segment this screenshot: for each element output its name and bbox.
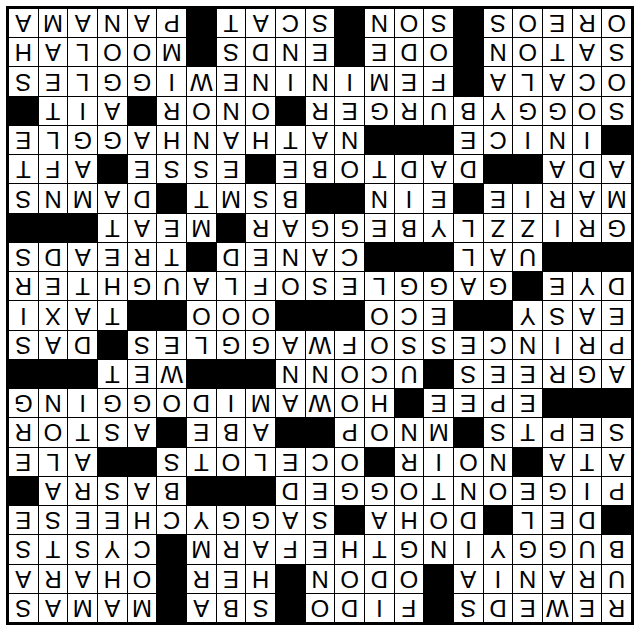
cell-letter: L <box>46 128 59 152</box>
cell-r21c21: A <box>9 9 38 37</box>
cell-letter: F <box>283 537 298 561</box>
cell-r2c3: A <box>543 565 572 593</box>
cell-r16c3: A <box>543 155 572 183</box>
block-r11c11 <box>306 301 335 329</box>
cell-letter: T <box>520 420 535 444</box>
cell-letter: I <box>524 187 531 211</box>
cell-r12c20: E <box>39 272 68 300</box>
cell-letter: O <box>459 450 478 474</box>
cell-letter: A <box>609 362 625 386</box>
cell-letter: F <box>402 596 417 620</box>
cell-letter: R <box>193 567 210 591</box>
block-r19c6 <box>454 67 483 95</box>
block-r17c9 <box>365 126 394 154</box>
cell-r10c6: E <box>454 331 483 359</box>
cell-letter: A <box>193 596 209 620</box>
cell-letter: M <box>191 216 211 240</box>
cell-r4c17: H <box>128 506 157 534</box>
cell-letter: I <box>287 70 294 94</box>
cell-letter: D <box>400 157 417 181</box>
cell-r1c13: S <box>246 594 275 622</box>
cell-r13c14: D <box>217 243 246 271</box>
cell-r2c21: A <box>9 565 38 593</box>
block-r11c5 <box>484 301 513 329</box>
cell-r17c3: N <box>543 126 572 154</box>
cell-letter: B <box>460 99 476 123</box>
cell-letter: G <box>400 274 419 298</box>
cell-r19c15: W <box>187 67 216 95</box>
cell-letter: A <box>490 70 506 94</box>
cell-r15c5: E <box>484 184 513 212</box>
cell-r6c3: A <box>543 448 572 476</box>
cell-r17c10: N <box>335 126 364 154</box>
cell-letter: G <box>429 274 448 298</box>
cell-letter: F <box>46 157 61 181</box>
cell-r4c19: E <box>68 506 97 534</box>
cell-r14c8: B <box>395 214 424 242</box>
cell-letter: C <box>371 362 388 386</box>
cell-r3c5: Y <box>484 535 513 563</box>
cell-letter: R <box>15 420 32 444</box>
cell-letter: R <box>608 596 625 620</box>
cell-letter: N <box>519 567 536 591</box>
block-r9c20 <box>39 360 68 388</box>
cell-r11c18: T <box>98 301 127 329</box>
cell-letter: S <box>312 508 328 532</box>
block-r16c5 <box>484 155 513 183</box>
cell-r4c6: D <box>454 506 483 534</box>
block-r7c16 <box>157 418 186 446</box>
cell-letter: T <box>105 216 120 240</box>
cell-letter: L <box>521 70 534 94</box>
cell-r9c4: E <box>513 360 542 388</box>
cell-r10c9: O <box>365 331 394 359</box>
cell-r15c7: E <box>424 184 453 212</box>
cell-letter: M <box>607 187 627 211</box>
cell-r14c7: Y <box>424 214 453 242</box>
cell-r2c5: I <box>484 565 513 593</box>
cell-letter: R <box>578 333 595 357</box>
cell-letter: O <box>370 420 389 444</box>
cell-r1c17: M <box>128 594 157 622</box>
cell-r1c20: A <box>39 594 68 622</box>
block-r15c10 <box>335 184 364 212</box>
cell-letter: Y <box>431 216 447 240</box>
cell-r9c3: R <box>543 360 572 388</box>
cell-r16c19: A <box>68 155 97 183</box>
block-r18c12 <box>276 97 305 125</box>
cell-r19c1: O <box>602 67 631 95</box>
cell-r21c4: O <box>513 9 542 37</box>
cell-r10c7: S <box>424 331 453 359</box>
cell-r8c7: E <box>424 389 453 417</box>
cell-r21c2: R <box>573 9 602 37</box>
cell-r10c11: W <box>306 331 335 359</box>
cell-r1c14: B <box>217 594 246 622</box>
cell-r1c18: A <box>98 594 127 622</box>
cell-letter: G <box>607 216 626 240</box>
block-r1c12 <box>276 594 305 622</box>
cell-r19c8: E <box>395 67 424 95</box>
cell-letter: D <box>578 157 595 181</box>
cell-r18c16: R <box>157 97 186 125</box>
cell-letter: E <box>134 157 150 181</box>
cell-r1c8: F <box>395 594 424 622</box>
cell-letter: C <box>311 450 328 474</box>
cell-r21c17: A <box>128 9 157 37</box>
cell-letter: A <box>282 508 298 532</box>
cell-r7c8: N <box>395 418 424 446</box>
cell-letter: I <box>406 187 413 211</box>
cell-letter: T <box>16 157 31 181</box>
block-r20c15 <box>187 38 216 66</box>
cell-letter: O <box>607 70 626 94</box>
cell-r8c16: O <box>157 389 186 417</box>
cell-letter: A <box>253 420 269 444</box>
cell-r18c19: I <box>68 97 97 125</box>
cell-letter: E <box>104 508 120 532</box>
block-r15c6 <box>454 184 483 212</box>
cell-r19c3: A <box>543 67 572 95</box>
cell-letter: O <box>489 479 508 503</box>
cell-letter: T <box>431 479 446 503</box>
cell-r14c11: G <box>306 214 335 242</box>
cell-letter: N <box>104 11 121 35</box>
cell-r9c11: N <box>306 360 335 388</box>
cell-letter: A <box>45 40 61 64</box>
cell-r20c21: H <box>9 38 38 66</box>
cell-letter: I <box>346 70 353 94</box>
cell-r10c19: D <box>68 331 97 359</box>
cell-r14c15: M <box>187 214 216 242</box>
cell-r15c8: I <box>395 184 424 212</box>
cell-letter: N <box>252 70 269 94</box>
cell-r6c20: L <box>39 448 68 476</box>
cell-r6c2: T <box>573 448 602 476</box>
cell-letter: D <box>460 508 477 532</box>
cell-r20c13: D <box>246 38 275 66</box>
block-r12c4 <box>513 272 542 300</box>
cell-r3c17: C <box>128 535 157 563</box>
cell-r1c19: M <box>68 594 97 622</box>
block-r16c18 <box>98 155 127 183</box>
cell-letter: W <box>309 391 332 415</box>
cell-r11c3: S <box>543 301 572 329</box>
cell-r20c14: S <box>217 38 246 66</box>
cell-r12c14: L <box>217 272 246 300</box>
cell-letter: B <box>223 596 239 620</box>
cell-letter: A <box>579 40 595 64</box>
cell-r19c11: N <box>306 67 335 95</box>
cell-letter: E <box>490 362 506 386</box>
cell-letter: T <box>194 450 209 474</box>
cell-letter: C <box>578 70 595 94</box>
cell-letter: C <box>282 11 299 35</box>
block-r1c7 <box>424 594 453 622</box>
cell-r2c13: H <box>246 565 275 593</box>
cell-r16c10: O <box>335 155 364 183</box>
cell-letter: N <box>44 187 61 211</box>
cell-letter: D <box>400 40 417 64</box>
cell-r4c14: G <box>217 506 246 534</box>
cell-letter: T <box>105 362 120 386</box>
cell-letter: D <box>133 187 150 211</box>
cell-letter: O <box>518 11 537 35</box>
cell-letter: A <box>134 128 150 152</box>
cell-letter: S <box>134 333 150 357</box>
cell-letter: G <box>311 216 330 240</box>
cell-r14c6: L <box>454 214 483 242</box>
cell-r15c9: N <box>365 184 394 212</box>
cell-letter: R <box>549 362 566 386</box>
cell-letter: O <box>162 391 181 415</box>
block-r11c16 <box>157 301 186 329</box>
cell-r12c6: A <box>454 272 483 300</box>
cell-letter: A <box>490 245 506 269</box>
block-r10c18 <box>98 331 127 359</box>
cell-letter: R <box>163 99 180 123</box>
cell-r9c1: A <box>602 360 631 388</box>
cell-r10c20: A <box>39 331 68 359</box>
cell-r10c16: E <box>157 331 186 359</box>
cell-r3c6: I <box>454 535 483 563</box>
cell-r19c21: S <box>9 67 38 95</box>
cell-r7c19: T <box>68 418 97 446</box>
cell-r15c2: A <box>573 184 602 212</box>
cell-r12c19: T <box>68 272 97 300</box>
cell-r9c10: O <box>335 360 364 388</box>
cell-letter: O <box>340 391 359 415</box>
cell-r2c15: R <box>187 565 216 593</box>
cell-r12c18: H <box>98 272 127 300</box>
cell-letter: A <box>609 450 625 474</box>
cell-letter: I <box>584 479 591 503</box>
block-r17c8 <box>395 126 424 154</box>
cell-letter: I <box>20 304 27 328</box>
cell-r7c14: B <box>217 418 246 446</box>
block-r5c15 <box>187 477 216 505</box>
cell-r9c6: S <box>454 360 483 388</box>
cell-letter: E <box>45 274 61 298</box>
cell-letter: R <box>133 245 150 269</box>
block-r13c7 <box>424 243 453 271</box>
cell-r20c8: D <box>395 38 424 66</box>
cell-r8c9: H <box>365 389 394 417</box>
cell-letter: I <box>465 537 472 561</box>
cell-letter: B <box>312 157 328 181</box>
cell-letter: G <box>548 99 567 123</box>
block-r11c10 <box>335 301 364 329</box>
cell-r5c20: A <box>39 477 68 505</box>
cell-letter: E <box>490 187 506 211</box>
cell-letter: S <box>431 11 447 35</box>
cell-letter: N <box>311 70 328 94</box>
cell-r3c3: G <box>543 535 572 563</box>
cell-letter: A <box>282 333 298 357</box>
cell-r3c4: G <box>513 535 542 563</box>
cell-r10c13: G <box>246 331 275 359</box>
crossword-page: REWEDSFIDOSBAMAMASURANIAODONHEROHARABUGG… <box>0 0 640 631</box>
cell-letter: C <box>489 333 506 357</box>
cell-letter: I <box>79 99 86 123</box>
cell-letter: D <box>578 508 595 532</box>
cell-letter: N <box>489 40 506 64</box>
cell-r8c19: I <box>68 389 97 417</box>
cell-r16c12: E <box>276 155 305 183</box>
cell-r11c9: O <box>365 301 394 329</box>
cell-r21c13: A <box>246 9 275 37</box>
cell-letter: L <box>462 245 475 269</box>
cell-r5c6: N <box>454 477 483 505</box>
cell-r9c5: E <box>484 360 513 388</box>
block-r9c15 <box>187 360 216 388</box>
cell-r7c13: A <box>246 418 275 446</box>
cell-r16c21: T <box>9 155 38 183</box>
cell-r7c7: M <box>424 418 453 446</box>
cell-r8c17: G <box>128 389 157 417</box>
cell-r2c19: A <box>68 565 97 593</box>
block-r7c12 <box>276 418 305 446</box>
cell-letter: N <box>311 567 328 591</box>
block-r9c13 <box>246 360 275 388</box>
cell-r6c5: N <box>484 448 513 476</box>
cell-letter: Y <box>520 304 536 328</box>
cell-r15c12: B <box>276 184 305 212</box>
cell-letter: S <box>15 596 31 620</box>
cell-r3c2: U <box>573 535 602 563</box>
cell-letter: G <box>518 99 537 123</box>
cell-r12c2: Y <box>573 272 602 300</box>
cell-r2c14: E <box>217 565 246 593</box>
cell-r10c21: S <box>9 331 38 359</box>
cell-r21c19: A <box>68 9 97 37</box>
cell-r6c11: C <box>306 448 335 476</box>
block-r5c14 <box>217 477 246 505</box>
cell-r13c6: L <box>454 243 483 271</box>
cell-r2c8: O <box>395 565 424 593</box>
cell-letter: A <box>104 596 120 620</box>
cell-letter: A <box>134 216 150 240</box>
cell-r10c10: F <box>335 331 364 359</box>
cell-letter: G <box>103 128 122 152</box>
cell-letter: P <box>609 479 625 503</box>
cell-letter: E <box>282 157 298 181</box>
cell-letter: E <box>312 537 328 561</box>
cell-letter: R <box>578 216 595 240</box>
cell-letter: D <box>74 333 91 357</box>
cell-letter: W <box>160 362 183 386</box>
cell-letter: E <box>45 70 61 94</box>
cell-r5c12: D <box>276 477 305 505</box>
cell-r6c16: S <box>157 448 186 476</box>
cell-letter: A <box>134 479 150 503</box>
block-r13c15 <box>187 243 216 271</box>
cell-letter: N <box>371 187 388 211</box>
cell-r4c20: S <box>39 506 68 534</box>
block-r13c2 <box>573 243 602 271</box>
cell-r12c13: F <box>246 272 275 300</box>
cell-letter: G <box>14 391 33 415</box>
cell-letter: S <box>401 333 417 357</box>
cell-letter: M <box>191 537 211 561</box>
block-r6c9 <box>365 448 394 476</box>
cell-letter: A <box>460 274 476 298</box>
cell-r5c11: E <box>306 477 335 505</box>
cell-r6c7: I <box>424 448 453 476</box>
cell-r19c17: G <box>128 67 157 95</box>
cell-r15c20: N <box>39 184 68 212</box>
cell-letter: R <box>252 216 269 240</box>
cell-r21c8: O <box>395 9 424 37</box>
block-r6c17 <box>128 448 157 476</box>
cell-letter: M <box>221 187 241 211</box>
cell-letter: G <box>370 479 389 503</box>
cell-letter: P <box>490 391 506 415</box>
cell-letter: W <box>190 70 213 94</box>
cell-r6c8: R <box>395 448 424 476</box>
cell-r13c19: A <box>68 243 97 271</box>
cell-letter: G <box>489 274 508 298</box>
block-r5c21 <box>9 477 38 505</box>
cell-letter: M <box>73 596 93 620</box>
cell-letter: A <box>75 450 91 474</box>
cell-letter: O <box>311 596 330 620</box>
cell-r19c20: E <box>39 67 68 95</box>
cell-r6c10: O <box>335 448 364 476</box>
cell-letter: A <box>549 450 565 474</box>
cell-r15c21: S <box>9 184 38 212</box>
cell-r5c9: G <box>365 477 394 505</box>
cell-letter: E <box>312 40 328 64</box>
cell-r19c7: F <box>424 67 453 95</box>
cell-letter: E <box>549 508 565 532</box>
cell-r8c6: E <box>454 389 483 417</box>
cell-letter: G <box>370 99 389 123</box>
cell-letter: Y <box>490 99 506 123</box>
cell-letter: A <box>75 567 91 591</box>
cell-letter: A <box>15 11 31 35</box>
cell-r5c10: G <box>335 477 364 505</box>
cell-letter: S <box>15 70 31 94</box>
cell-r19c5: A <box>484 67 513 95</box>
cell-letter: O <box>222 304 241 328</box>
cell-letter: G <box>518 537 537 561</box>
cell-r16c17: E <box>128 155 157 183</box>
cell-r14c10: G <box>335 214 364 242</box>
cell-letter: S <box>15 333 31 357</box>
cell-r20c16: M <box>157 38 186 66</box>
cell-r12c12: O <box>276 272 305 300</box>
cell-letter: S <box>460 362 476 386</box>
block-r20c10 <box>335 38 364 66</box>
cell-r4c13: G <box>246 506 275 534</box>
cell-r11c14: O <box>217 301 246 329</box>
cell-letter: M <box>251 391 271 415</box>
cell-r4c9: A <box>365 506 394 534</box>
cell-r13c13: E <box>246 243 275 271</box>
cell-r17c12: T <box>276 126 305 154</box>
cell-r21c1: O <box>602 9 631 37</box>
cell-r11c20: X <box>39 301 68 329</box>
cell-letter: E <box>15 508 31 532</box>
cell-r20c19: L <box>68 38 97 66</box>
cell-r1c5: D <box>484 594 513 622</box>
block-r13c9 <box>365 243 394 271</box>
cell-r8c4: E <box>513 389 542 417</box>
cell-letter: A <box>371 508 387 532</box>
cell-letter: G <box>133 70 152 94</box>
cell-letter: R <box>222 537 239 561</box>
